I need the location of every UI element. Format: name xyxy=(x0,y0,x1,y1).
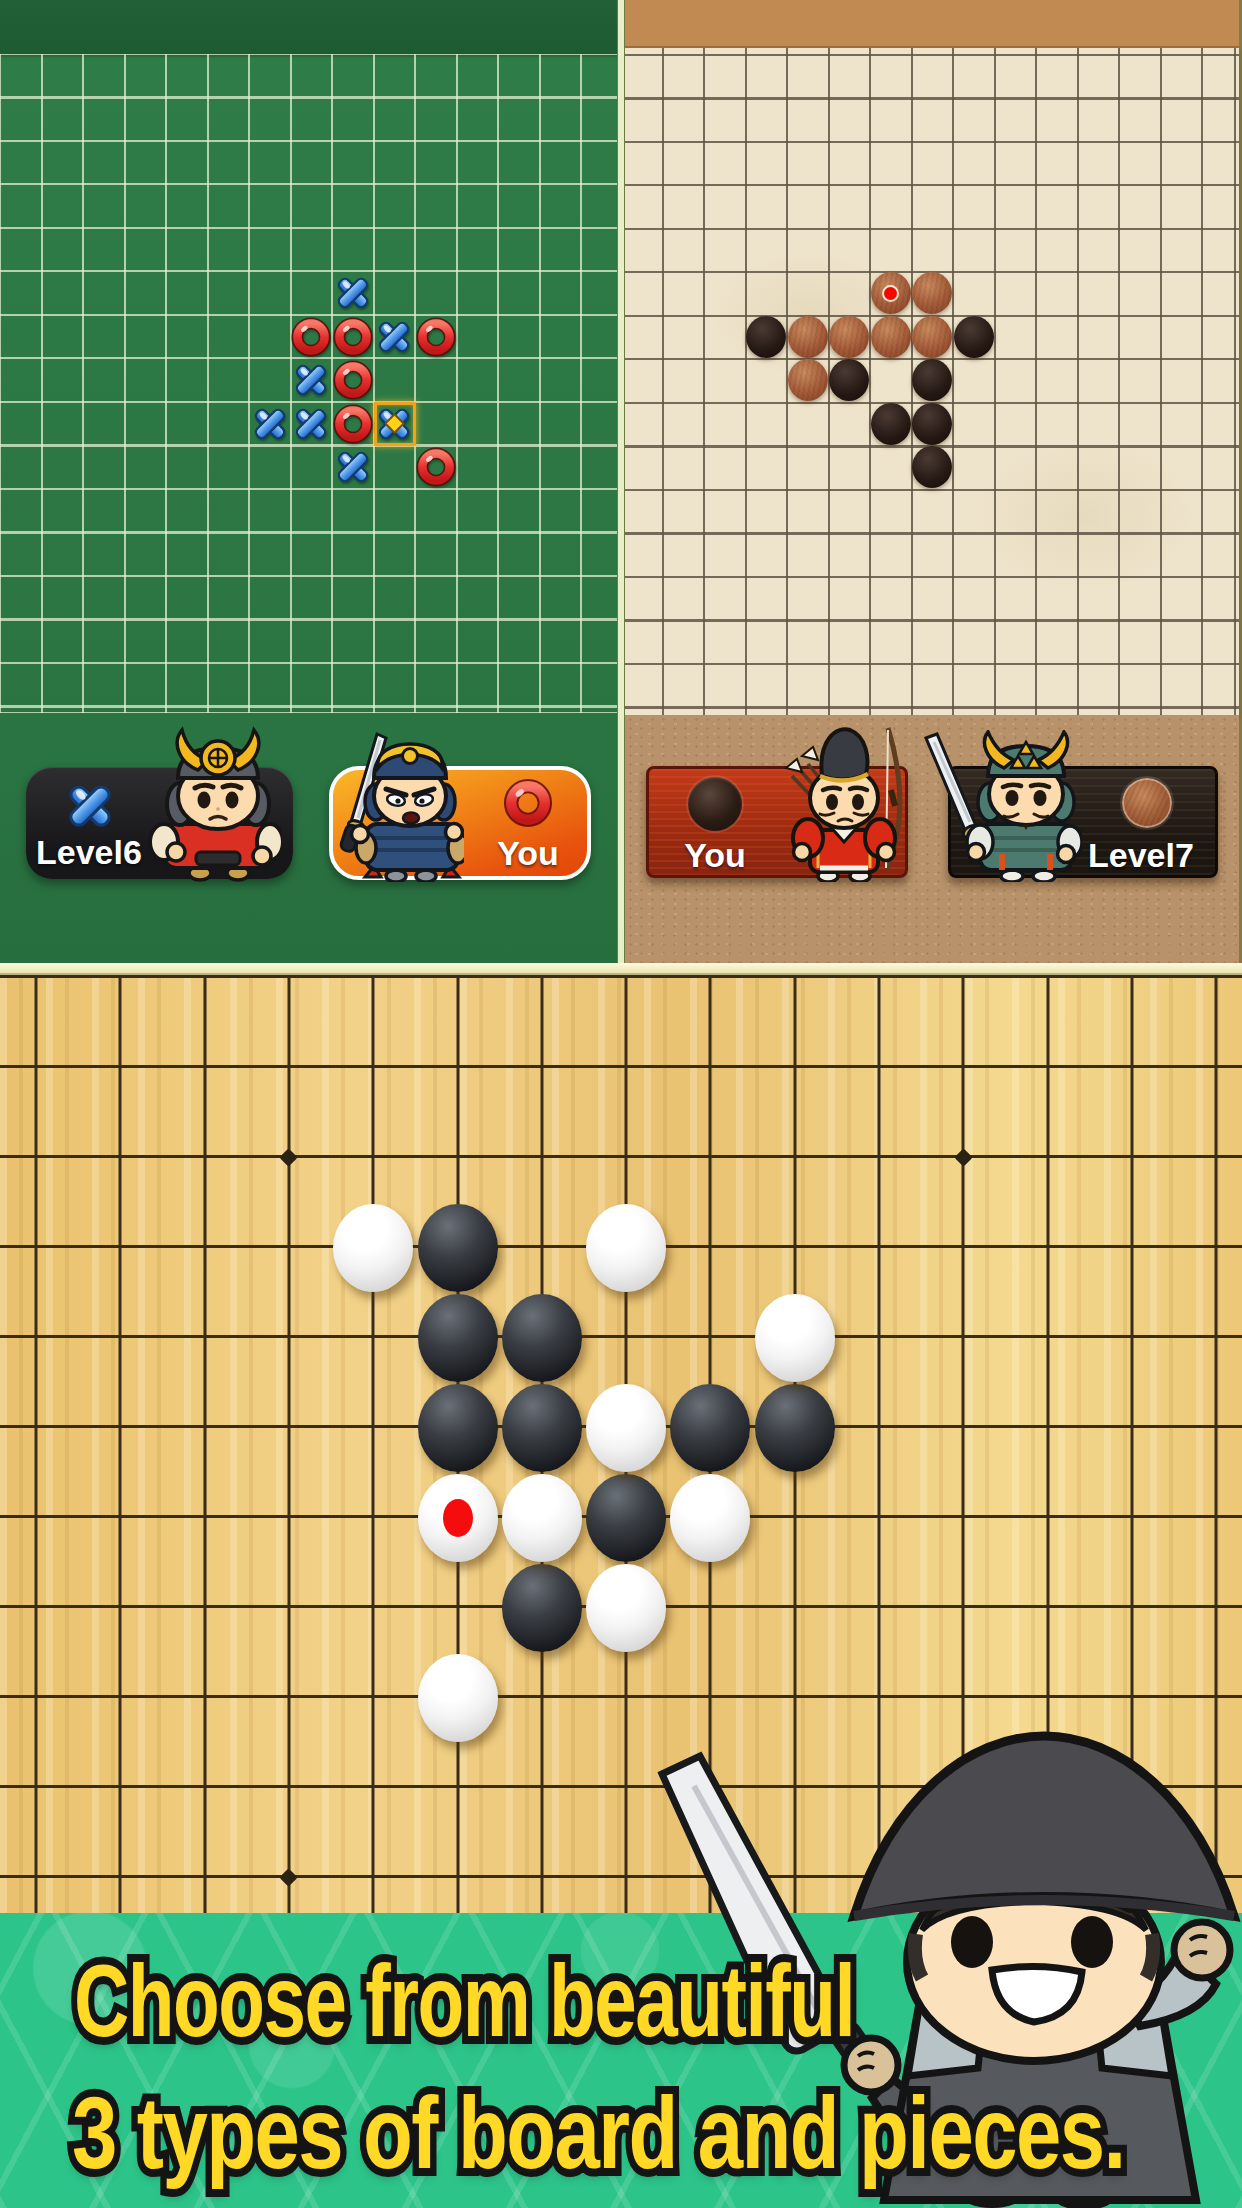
brown-stone-icon xyxy=(1122,778,1172,828)
banner-text-line1: Choose from beautiful Choose from beauti… xyxy=(74,1946,854,2056)
x-piece xyxy=(290,358,332,402)
banner-text-line2: 3 types of board and pieces. 3 types of … xyxy=(72,2078,1125,2188)
level-label-right: Level7 xyxy=(1088,836,1188,875)
x-piece xyxy=(332,445,374,489)
samurai-navy-avatar-icon xyxy=(330,726,464,882)
o-piece xyxy=(415,445,457,489)
o-piece xyxy=(415,315,457,359)
o-piece-icon xyxy=(501,776,555,830)
kasa-hat-icon xyxy=(854,1736,1234,1916)
o-piece xyxy=(332,358,374,402)
black-stone-icon xyxy=(688,777,742,831)
x-piece-icon xyxy=(60,776,120,836)
x-piece xyxy=(373,315,415,359)
o-piece xyxy=(332,315,374,359)
eboshi-hat-icon xyxy=(821,729,867,779)
archer-avatar-icon xyxy=(772,718,910,882)
board-divider xyxy=(617,0,625,963)
paper-top-margin xyxy=(625,0,1239,48)
you-label-right: You xyxy=(665,836,765,875)
x-piece xyxy=(249,402,291,446)
x-piece xyxy=(290,402,332,446)
samurai-teal-avatar-icon xyxy=(916,730,1082,882)
o-piece xyxy=(290,315,332,359)
samurai-club-avatar-icon xyxy=(112,724,282,882)
o-piece xyxy=(332,402,374,446)
x-piece xyxy=(332,271,374,315)
paper-grid[interactable] xyxy=(625,48,1239,715)
you-label-left: You xyxy=(478,834,578,873)
app-screenshot: Level6 You xyxy=(0,0,1242,2208)
section-strip xyxy=(0,963,1242,975)
